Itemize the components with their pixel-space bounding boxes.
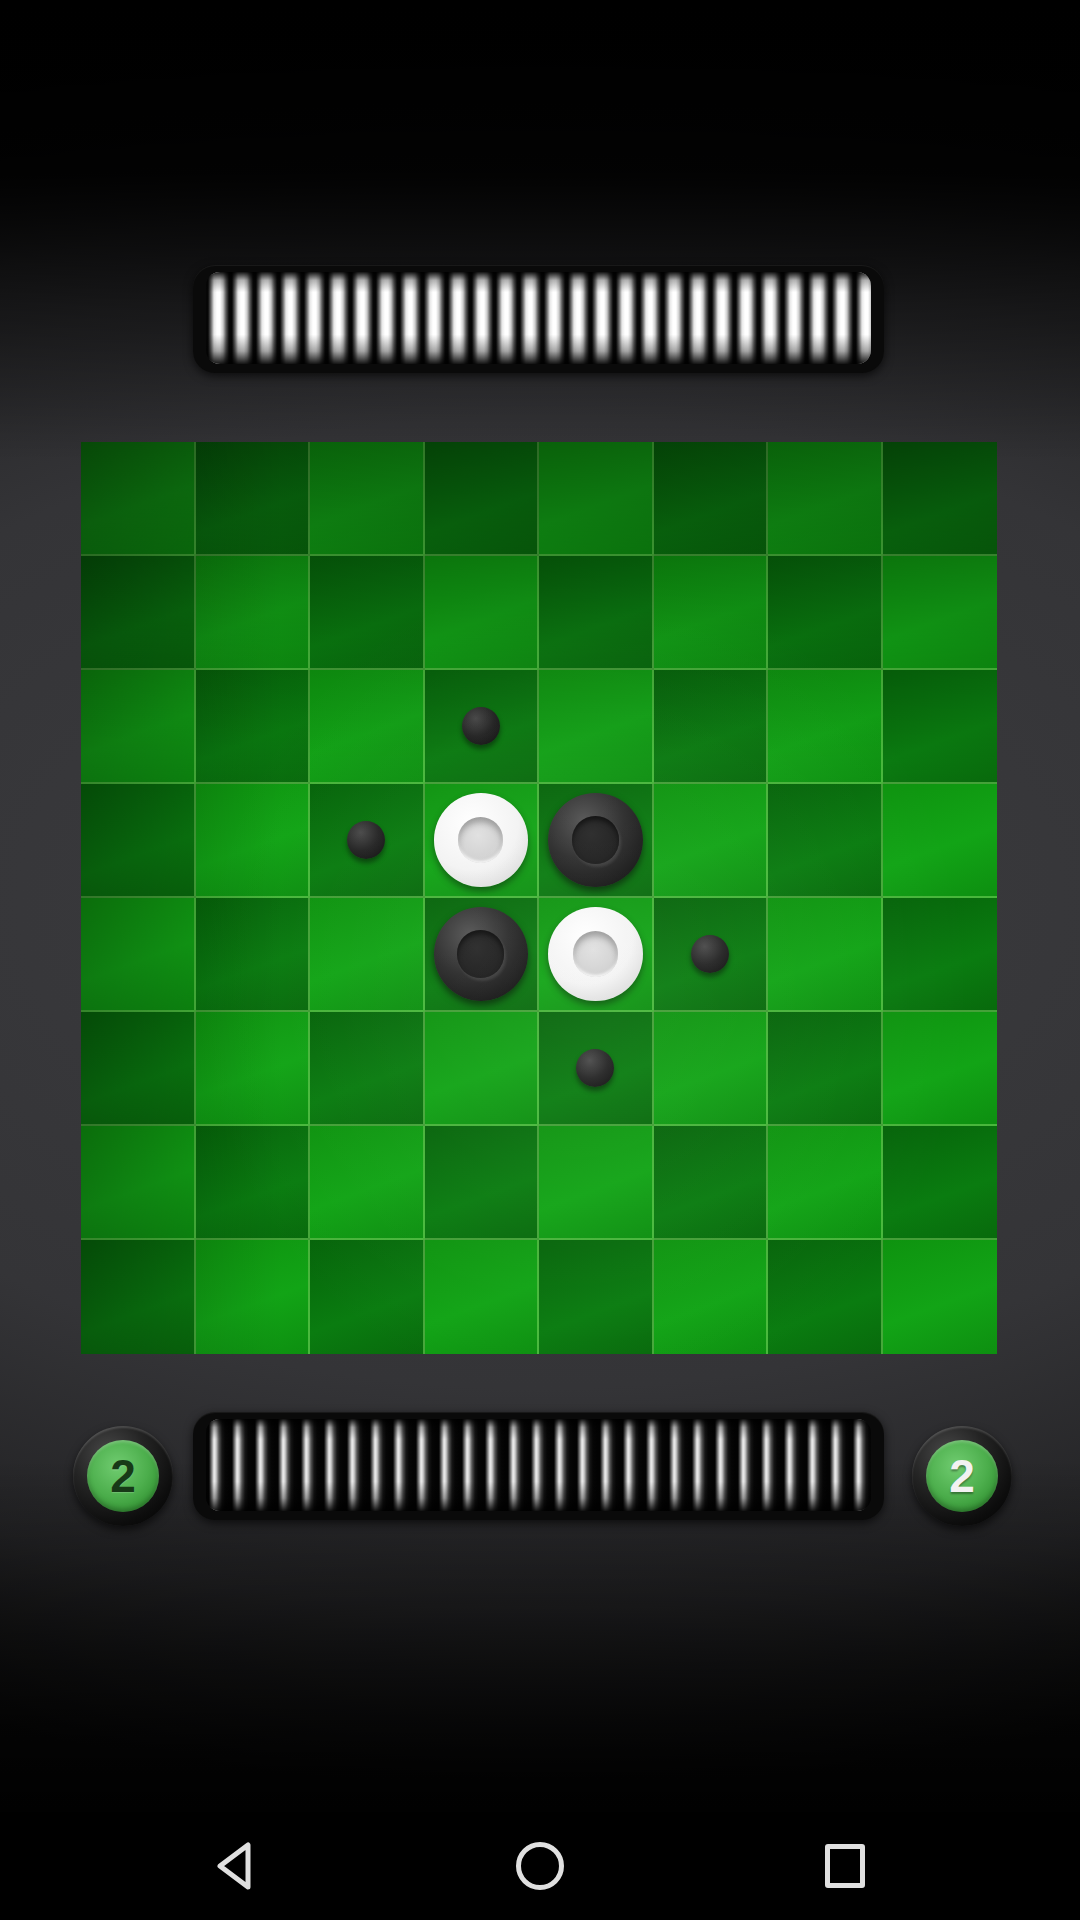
move-hint-dot[interactable]: [576, 1049, 614, 1087]
board-cell[interactable]: [539, 442, 654, 556]
board-cell[interactable]: [768, 1126, 883, 1240]
board-cell[interactable]: [196, 670, 311, 784]
board-cell[interactable]: [768, 1240, 883, 1354]
white-score-badge: 2: [912, 1426, 1012, 1526]
board-cell[interactable]: [81, 1012, 196, 1126]
home-button[interactable]: [480, 1812, 600, 1920]
board-cell[interactable]: [81, 442, 196, 556]
board-cell[interactable]: [768, 784, 883, 898]
board-cell[interactable]: [883, 1012, 998, 1126]
board-cell[interactable]: [196, 1240, 311, 1354]
board-cell[interactable]: [883, 442, 998, 556]
board-cell[interactable]: [425, 898, 540, 1012]
board-cell[interactable]: [768, 1012, 883, 1126]
board-cell[interactable]: [196, 556, 311, 670]
board-cell[interactable]: [654, 784, 769, 898]
board-cell[interactable]: [310, 1126, 425, 1240]
board-cell[interactable]: [768, 898, 883, 1012]
board-cell[interactable]: [310, 898, 425, 1012]
board-cell[interactable]: [425, 1240, 540, 1354]
board-cell[interactable]: [81, 1240, 196, 1354]
board-cell[interactable]: [81, 556, 196, 670]
move-hint-dot[interactable]: [691, 935, 729, 973]
board-cell[interactable]: [539, 1126, 654, 1240]
board-cell[interactable]: [310, 784, 425, 898]
board: [81, 442, 997, 1354]
board-cell[interactable]: [310, 670, 425, 784]
board-cell[interactable]: [654, 556, 769, 670]
board-cell[interactable]: [81, 1126, 196, 1240]
reversi-app-screen: { "game": "reversi", "screen_title": "Re…: [0, 0, 1080, 1920]
board-cell[interactable]: [425, 442, 540, 556]
board-cell[interactable]: [654, 1126, 769, 1240]
black-score-value: 2: [87, 1440, 159, 1512]
android-navbar: [0, 1812, 1080, 1920]
white-disc-rack-stripes: [206, 272, 871, 364]
board-cell[interactable]: [883, 1240, 998, 1354]
board-cell[interactable]: [81, 898, 196, 1012]
board-cell[interactable]: [81, 670, 196, 784]
back-button[interactable]: [175, 1812, 295, 1920]
board-cell[interactable]: [310, 442, 425, 556]
board-cell[interactable]: [196, 442, 311, 556]
board-cell[interactable]: [310, 1240, 425, 1354]
board-cell[interactable]: [768, 670, 883, 784]
white-disc: [434, 793, 529, 887]
board-cell[interactable]: [81, 784, 196, 898]
white-score-value: 2: [926, 1440, 998, 1512]
board-cell[interactable]: [196, 1012, 311, 1126]
black-score-badge: 2: [73, 1426, 173, 1526]
board-cell[interactable]: [196, 1126, 311, 1240]
board-cell[interactable]: [539, 556, 654, 670]
board-cell[interactable]: [883, 556, 998, 670]
board-cell[interactable]: [539, 1240, 654, 1354]
board-cell[interactable]: [310, 1012, 425, 1126]
home-icon: [516, 1842, 564, 1890]
black-disc: [434, 907, 529, 1001]
board-cell[interactable]: [883, 670, 998, 784]
board-cell[interactable]: [654, 670, 769, 784]
move-hint-dot[interactable]: [462, 707, 500, 745]
recents-button[interactable]: [785, 1812, 905, 1920]
board-cell[interactable]: [425, 784, 540, 898]
black-disc: [548, 793, 643, 887]
black-disc-rack-stripes: [206, 1419, 871, 1511]
board-cell[interactable]: [539, 1012, 654, 1126]
board-cell[interactable]: [196, 784, 311, 898]
white-disc: [548, 907, 643, 1001]
board-cell[interactable]: [196, 898, 311, 1012]
board-cell[interactable]: [883, 784, 998, 898]
board-cell[interactable]: [310, 556, 425, 670]
board-cell[interactable]: [654, 442, 769, 556]
back-icon: [212, 1840, 258, 1892]
recents-icon: [825, 1844, 865, 1888]
board-cell[interactable]: [883, 1126, 998, 1240]
move-hint-dot[interactable]: [347, 821, 385, 859]
board-cell[interactable]: [425, 556, 540, 670]
board-cell[interactable]: [425, 1012, 540, 1126]
board-cell[interactable]: [425, 670, 540, 784]
board-cell[interactable]: [539, 670, 654, 784]
board-cell[interactable]: [883, 898, 998, 1012]
board-cell[interactable]: [539, 784, 654, 898]
board-cell[interactable]: [654, 1240, 769, 1354]
board-cell[interactable]: [539, 898, 654, 1012]
black-disc-rack: [193, 1412, 884, 1520]
board-cell[interactable]: [768, 556, 883, 670]
board-cell[interactable]: [654, 1012, 769, 1126]
board-cell[interactable]: [768, 442, 883, 556]
board-cell[interactable]: [654, 898, 769, 1012]
board-cell[interactable]: [425, 1126, 540, 1240]
white-disc-rack: [193, 265, 884, 373]
